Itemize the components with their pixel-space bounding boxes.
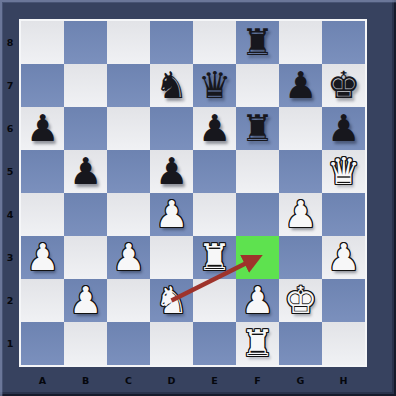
square-a1[interactable]: [21, 322, 64, 365]
white-king[interactable]: ♚: [284, 279, 317, 322]
square-e1[interactable]: [193, 322, 236, 365]
square-a2[interactable]: [21, 279, 64, 322]
file-label-f: F: [236, 367, 279, 394]
square-d5[interactable]: ♟: [150, 150, 193, 193]
white-knight[interactable]: ♞: [155, 279, 188, 322]
square-d8[interactable]: [150, 21, 193, 64]
square-g3[interactable]: [279, 236, 322, 279]
square-g5[interactable]: [279, 150, 322, 193]
square-h5[interactable]: ♛: [322, 150, 365, 193]
rank-label-5: 5: [3, 150, 17, 193]
square-a7[interactable]: [21, 64, 64, 107]
square-b5[interactable]: ♟: [64, 150, 107, 193]
square-b3[interactable]: [64, 236, 107, 279]
square-d1[interactable]: [150, 322, 193, 365]
file-label-c: C: [107, 367, 150, 394]
rank-label-8: 8: [3, 21, 17, 64]
square-b2[interactable]: ♟: [64, 279, 107, 322]
square-g8[interactable]: [279, 21, 322, 64]
square-f5[interactable]: [236, 150, 279, 193]
square-g2[interactable]: ♚: [279, 279, 322, 322]
square-e7[interactable]: ♛: [193, 64, 236, 107]
square-c7[interactable]: [107, 64, 150, 107]
white-pawn[interactable]: ♟: [327, 236, 360, 279]
square-c3[interactable]: ♟: [107, 236, 150, 279]
white-pawn[interactable]: ♟: [69, 279, 102, 322]
square-h7[interactable]: ♚: [322, 64, 365, 107]
rank-label-6: 6: [3, 107, 17, 150]
square-a6[interactable]: ♟: [21, 107, 64, 150]
square-f7[interactable]: [236, 64, 279, 107]
file-label-h: H: [322, 367, 365, 394]
board-frame: ♜♞♛♟♚♟♟♜♟♟♟♛♟♟♟♟♜♟♟♞♟♚♜ 87654321 ABCDEFG…: [0, 0, 396, 396]
black-rook[interactable]: ♜: [241, 107, 274, 150]
file-label-a: A: [21, 367, 64, 394]
square-h8[interactable]: [322, 21, 365, 64]
square-h4[interactable]: [322, 193, 365, 236]
white-pawn[interactable]: ♟: [241, 279, 274, 322]
rank-label-4: 4: [3, 193, 17, 236]
square-a3[interactable]: ♟: [21, 236, 64, 279]
square-c5[interactable]: [107, 150, 150, 193]
rank-label-7: 7: [3, 64, 17, 107]
rank-label-2: 2: [3, 279, 17, 322]
square-b6[interactable]: [64, 107, 107, 150]
white-rook[interactable]: ♜: [198, 236, 231, 279]
black-pawn[interactable]: ♟: [26, 107, 59, 150]
white-queen[interactable]: ♛: [327, 150, 360, 193]
file-label-b: B: [64, 367, 107, 394]
square-g4[interactable]: ♟: [279, 193, 322, 236]
square-h3[interactable]: ♟: [322, 236, 365, 279]
square-f8[interactable]: ♜: [236, 21, 279, 64]
rank-label-3: 3: [3, 236, 17, 279]
square-f2[interactable]: ♟: [236, 279, 279, 322]
chess-board: ♜♞♛♟♚♟♟♜♟♟♟♛♟♟♟♟♜♟♟♞♟♚♜: [19, 19, 367, 367]
square-b4[interactable]: [64, 193, 107, 236]
square-e5[interactable]: [193, 150, 236, 193]
square-c8[interactable]: [107, 21, 150, 64]
square-e4[interactable]: [193, 193, 236, 236]
square-a5[interactable]: [21, 150, 64, 193]
square-f3-highlighted[interactable]: [236, 236, 279, 279]
square-a8[interactable]: [21, 21, 64, 64]
white-pawn[interactable]: ♟: [112, 236, 145, 279]
square-e3[interactable]: ♜: [193, 236, 236, 279]
square-c1[interactable]: [107, 322, 150, 365]
square-c4[interactable]: [107, 193, 150, 236]
black-pawn[interactable]: ♟: [198, 107, 231, 150]
square-h2[interactable]: [322, 279, 365, 322]
black-pawn[interactable]: ♟: [155, 150, 188, 193]
black-pawn[interactable]: ♟: [284, 64, 317, 107]
square-f6[interactable]: ♜: [236, 107, 279, 150]
square-d6[interactable]: [150, 107, 193, 150]
square-f1[interactable]: ♜: [236, 322, 279, 365]
rank-label-1: 1: [3, 322, 17, 365]
white-pawn[interactable]: ♟: [26, 236, 59, 279]
square-b8[interactable]: [64, 21, 107, 64]
square-d2[interactable]: ♞: [150, 279, 193, 322]
black-queen[interactable]: ♛: [198, 64, 231, 107]
white-pawn[interactable]: ♟: [284, 193, 317, 236]
square-e6[interactable]: ♟: [193, 107, 236, 150]
square-g6[interactable]: [279, 107, 322, 150]
black-pawn[interactable]: ♟: [69, 150, 102, 193]
square-e2[interactable]: [193, 279, 236, 322]
square-d4[interactable]: ♟: [150, 193, 193, 236]
file-label-g: G: [279, 367, 322, 394]
square-a4[interactable]: [21, 193, 64, 236]
white-rook[interactable]: ♜: [241, 322, 274, 365]
file-label-e: E: [193, 367, 236, 394]
white-pawn[interactable]: ♟: [155, 193, 188, 236]
black-knight[interactable]: ♞: [155, 64, 188, 107]
square-d7[interactable]: ♞: [150, 64, 193, 107]
square-e8[interactable]: [193, 21, 236, 64]
square-g1[interactable]: [279, 322, 322, 365]
black-rook[interactable]: ♜: [241, 21, 274, 64]
square-f4[interactable]: [236, 193, 279, 236]
black-pawn[interactable]: ♟: [327, 107, 360, 150]
square-h1[interactable]: [322, 322, 365, 365]
file-label-d: D: [150, 367, 193, 394]
square-c6[interactable]: [107, 107, 150, 150]
square-g7[interactable]: ♟: [279, 64, 322, 107]
chess-board-grid: ♜♞♛♟♚♟♟♜♟♟♟♛♟♟♟♟♜♟♟♞♟♚♜: [21, 21, 365, 365]
square-b7[interactable]: [64, 64, 107, 107]
square-b1[interactable]: [64, 322, 107, 365]
black-king[interactable]: ♚: [327, 64, 360, 107]
square-c2[interactable]: [107, 279, 150, 322]
square-h6[interactable]: ♟: [322, 107, 365, 150]
square-d3[interactable]: [150, 236, 193, 279]
